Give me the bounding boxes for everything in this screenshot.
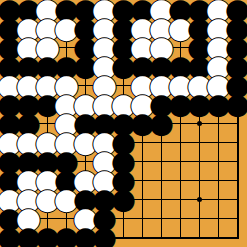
intersection[interactable] bbox=[152, 190, 171, 209]
grid-line-vertical bbox=[218, 190, 219, 209]
grid-line-vertical bbox=[123, 228, 124, 239]
grid-line-vertical bbox=[180, 190, 181, 209]
grid-line-vertical bbox=[142, 190, 143, 209]
grid-line-vertical bbox=[218, 228, 219, 239]
intersection[interactable] bbox=[209, 228, 228, 247]
intersection[interactable]: ● bbox=[95, 228, 114, 247]
intersection[interactable] bbox=[228, 190, 247, 209]
intersection[interactable] bbox=[152, 152, 171, 171]
grid-line-vertical bbox=[180, 152, 181, 171]
intersection[interactable] bbox=[209, 152, 228, 171]
intersection[interactable] bbox=[190, 209, 209, 228]
intersection[interactable] bbox=[152, 171, 171, 190]
grid-line-vertical bbox=[142, 209, 143, 228]
grid-line-vertical bbox=[237, 133, 239, 152]
grid-line-vertical bbox=[161, 152, 162, 171]
intersection[interactable] bbox=[209, 190, 228, 209]
intersection[interactable] bbox=[190, 133, 209, 152]
intersection[interactable] bbox=[171, 190, 190, 209]
grid-line-vertical bbox=[237, 228, 239, 239]
intersection[interactable] bbox=[171, 209, 190, 228]
intersection[interactable] bbox=[133, 228, 152, 247]
star-point bbox=[197, 197, 202, 202]
grid-line-vertical bbox=[142, 152, 143, 171]
intersection[interactable] bbox=[209, 171, 228, 190]
black-stone: ● bbox=[228, 95, 247, 114]
grid-line-vertical bbox=[161, 171, 162, 190]
intersection[interactable] bbox=[190, 152, 209, 171]
grid-line-vertical bbox=[199, 228, 200, 239]
intersection[interactable] bbox=[152, 209, 171, 228]
grid-line-vertical bbox=[161, 190, 162, 209]
black-stone: ● bbox=[95, 228, 114, 247]
star-point bbox=[197, 121, 202, 126]
grid-line-vertical bbox=[237, 152, 239, 171]
intersection[interactable]: ● bbox=[152, 114, 171, 133]
intersection[interactable] bbox=[209, 209, 228, 228]
grid-line-vertical bbox=[180, 209, 181, 228]
intersection[interactable] bbox=[228, 228, 247, 247]
grid-line-vertical bbox=[180, 171, 181, 190]
go-board: ●●●●●●●●●●●●●●●●●●●●●●●●●●●●●●●●●●●●●●●●… bbox=[0, 0, 247, 247]
grid-line-vertical bbox=[142, 171, 143, 190]
intersection[interactable] bbox=[209, 133, 228, 152]
grid-line-vertical bbox=[199, 133, 200, 152]
intersection[interactable] bbox=[152, 228, 171, 247]
grid-line-vertical bbox=[142, 228, 143, 239]
grid-line-vertical bbox=[199, 152, 200, 171]
grid-line-vertical bbox=[218, 171, 219, 190]
grid-line-vertical bbox=[161, 228, 162, 239]
grid-line-vertical bbox=[199, 209, 200, 228]
grid-line-vertical bbox=[237, 209, 239, 228]
intersection[interactable] bbox=[228, 133, 247, 152]
grid-line-vertical bbox=[199, 171, 200, 190]
intersection[interactable] bbox=[228, 152, 247, 171]
intersection[interactable] bbox=[171, 171, 190, 190]
grid-line-vertical bbox=[237, 190, 239, 209]
intersection[interactable]: ● bbox=[228, 95, 247, 114]
intersection[interactable] bbox=[171, 152, 190, 171]
grid-line-vertical bbox=[237, 171, 239, 190]
grid-line-vertical bbox=[161, 209, 162, 228]
go-app: ●●●●●●●●●●●●●●●●●●●●●●●●●●●●●●●●●●●●●●●●… bbox=[0, 0, 247, 247]
intersection[interactable] bbox=[171, 228, 190, 247]
grid-line-vertical bbox=[218, 133, 219, 152]
intersection[interactable] bbox=[190, 171, 209, 190]
grid-line-vertical bbox=[218, 152, 219, 171]
grid-line-vertical bbox=[180, 228, 181, 239]
intersection[interactable] bbox=[228, 171, 247, 190]
intersection[interactable] bbox=[190, 190, 209, 209]
black-stone: ● bbox=[152, 114, 171, 133]
grid-line-vertical bbox=[180, 133, 181, 152]
grid-line-vertical bbox=[218, 209, 219, 228]
intersection[interactable] bbox=[228, 209, 247, 228]
intersection[interactable] bbox=[190, 228, 209, 247]
